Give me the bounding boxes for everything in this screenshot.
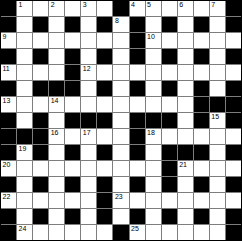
white-cell[interactable] [194,1,209,16]
black-cell [178,145,193,160]
black-cell [226,145,241,160]
white-cell[interactable]: 22 [1,193,16,208]
black-cell [1,17,16,32]
black-cell [194,145,209,160]
black-cell [194,17,209,32]
white-cell[interactable] [17,113,32,128]
white-cell[interactable] [146,81,161,96]
white-cell[interactable] [162,225,177,240]
white-cell[interactable] [210,145,225,160]
white-cell[interactable] [162,33,177,48]
clue-number: 3 [83,1,87,9]
white-cell[interactable] [97,33,112,48]
white-cell[interactable] [194,193,209,208]
black-cell [1,209,16,224]
black-cell [33,129,48,144]
black-cell [226,177,241,192]
black-cell [194,97,209,112]
black-cell [130,49,145,64]
white-cell[interactable] [49,145,64,160]
white-cell[interactable] [146,17,161,32]
black-cell [33,209,48,224]
black-cell [194,81,209,96]
clue-number: 13 [3,97,11,105]
white-cell[interactable] [178,33,193,48]
white-cell[interactable] [81,17,96,32]
white-cell[interactable]: 14 [49,97,64,112]
black-cell [162,145,177,160]
white-cell[interactable]: 15 [210,113,225,128]
white-cell[interactable] [49,17,64,32]
white-cell[interactable] [194,65,209,80]
clue-number: 14 [51,97,59,105]
white-cell[interactable]: 12 [81,65,96,80]
black-cell [226,1,241,16]
white-cell[interactable] [113,97,128,112]
black-cell [65,81,80,96]
clue-number: 19 [19,145,27,153]
white-cell[interactable]: 7 [210,1,225,16]
clue-number: 5 [147,1,151,9]
black-cell [130,129,145,144]
white-cell[interactable] [178,113,193,128]
white-cell[interactable] [178,97,193,112]
white-cell[interactable]: 5 [146,1,161,16]
white-cell[interactable]: 6 [178,1,193,16]
white-cell[interactable] [226,65,241,80]
black-cell [65,17,80,32]
white-cell[interactable] [210,209,225,224]
black-cell [33,49,48,64]
clue-number: 21 [179,161,187,169]
white-cell[interactable] [65,161,80,176]
white-cell[interactable] [33,1,48,16]
white-cell[interactable] [162,65,177,80]
white-cell[interactable]: 11 [1,65,16,80]
clue-number: 8 [115,17,119,25]
white-cell[interactable] [65,225,80,240]
white-cell[interactable] [113,33,128,48]
black-cell [113,1,128,16]
white-cell[interactable] [113,65,128,80]
black-cell [146,113,161,128]
black-cell [162,161,177,176]
black-cell [226,81,241,96]
black-cell [162,49,177,64]
white-cell[interactable] [81,81,96,96]
white-cell[interactable] [130,97,145,112]
black-cell [130,209,145,224]
black-cell [226,17,241,32]
clue-number: 12 [83,65,91,73]
black-cell [130,177,145,192]
white-cell[interactable] [178,193,193,208]
white-cell[interactable] [130,65,145,80]
black-cell [226,49,241,64]
black-cell [194,113,209,128]
white-cell[interactable] [146,65,161,80]
white-cell[interactable] [97,97,112,112]
white-cell[interactable] [130,161,145,176]
white-cell[interactable] [113,129,128,144]
white-cell[interactable]: 1 [17,1,32,16]
black-cell [113,225,128,240]
white-cell[interactable] [178,225,193,240]
white-cell[interactable] [81,49,96,64]
white-cell[interactable] [210,161,225,176]
black-cell [210,97,225,112]
white-cell[interactable]: 25 [130,225,145,240]
white-cell[interactable]: 21 [178,161,193,176]
white-cell[interactable] [178,209,193,224]
white-cell[interactable] [178,17,193,32]
white-cell[interactable] [146,177,161,192]
white-cell[interactable] [65,33,80,48]
clue-number: 7 [211,1,215,9]
white-cell[interactable] [178,177,193,192]
black-cell [1,145,16,160]
clue-number: 11 [3,65,10,73]
white-cell[interactable] [226,33,241,48]
black-cell [65,209,80,224]
clue-number: 24 [19,225,27,233]
white-cell[interactable] [113,113,128,128]
white-cell[interactable] [210,193,225,208]
white-cell[interactable] [17,49,32,64]
clue-number: 22 [3,193,11,201]
black-cell [130,17,145,32]
white-cell[interactable]: 8 [113,17,128,32]
white-cell[interactable] [81,33,96,48]
white-cell[interactable] [178,65,193,80]
clue-number: 25 [131,225,139,233]
clue-number: 2 [51,1,55,9]
white-cell[interactable] [162,1,177,16]
white-cell[interactable] [17,209,32,224]
white-cell[interactable] [17,177,32,192]
white-cell[interactable] [33,65,48,80]
white-cell[interactable]: 9 [1,33,16,48]
black-cell [33,113,48,128]
white-cell[interactable]: 3 [81,1,96,16]
white-cell[interactable] [162,97,177,112]
white-cell[interactable]: 17 [81,129,96,144]
white-cell[interactable] [17,161,32,176]
black-cell [194,209,209,224]
white-cell[interactable]: 10 [146,33,161,48]
black-cell [162,17,177,32]
clue-number: 17 [83,129,91,137]
white-cell[interactable] [146,209,161,224]
white-cell[interactable]: 18 [146,129,161,144]
white-cell[interactable] [17,65,32,80]
white-cell[interactable] [17,33,32,48]
black-cell [1,225,16,240]
white-cell[interactable] [194,225,209,240]
white-cell[interactable] [33,97,48,112]
black-cell [226,209,241,224]
white-cell[interactable] [210,129,225,144]
white-cell[interactable] [226,161,241,176]
crossword-puzzle: 1234567891011121314151617181920212223242… [0,0,242,241]
black-cell [194,49,209,64]
white-cell[interactable] [81,145,96,160]
white-cell[interactable] [194,33,209,48]
black-cell [33,177,48,192]
black-cell [226,97,241,112]
clue-number: 6 [179,1,183,9]
black-cell [226,113,241,128]
black-cell [97,17,112,32]
white-cell[interactable] [210,81,225,96]
white-cell[interactable] [49,225,64,240]
black-cell [97,193,112,208]
black-cell [130,33,145,48]
black-cell [65,113,80,128]
black-cell [97,49,112,64]
white-cell[interactable] [113,49,128,64]
black-cell [162,81,177,96]
black-cell [65,177,80,192]
white-cell[interactable] [65,97,80,112]
black-cell [65,145,80,160]
clue-number: 23 [115,193,123,201]
white-cell[interactable] [33,193,48,208]
black-cell [65,65,80,80]
white-cell[interactable] [178,81,193,96]
black-cell [97,145,112,160]
white-cell[interactable] [33,225,48,240]
clue-number: 20 [3,161,11,169]
white-cell[interactable]: 2 [49,1,64,16]
black-cell [1,113,16,128]
black-cell [97,81,112,96]
black-cell [97,177,112,192]
black-cell [130,113,145,128]
white-cell[interactable] [49,161,64,176]
white-cell[interactable] [146,161,161,176]
white-cell[interactable]: 13 [1,97,16,112]
white-cell[interactable] [49,177,64,192]
white-cell[interactable] [113,177,128,192]
white-cell[interactable] [146,49,161,64]
white-cell[interactable] [210,17,225,32]
black-cell [194,177,209,192]
white-cell[interactable] [97,225,112,240]
clue-number: 10 [147,33,155,41]
white-cell[interactable] [49,193,64,208]
white-cell[interactable] [210,65,225,80]
white-cell[interactable] [81,209,96,224]
white-cell[interactable]: 24 [17,225,32,240]
white-cell[interactable] [146,225,161,240]
black-cell [1,49,16,64]
white-cell[interactable] [146,193,161,208]
black-cell [49,81,64,96]
white-cell[interactable] [33,33,48,48]
black-cell [97,209,112,224]
white-cell[interactable] [49,65,64,80]
white-cell[interactable] [65,1,80,16]
white-cell[interactable]: 19 [17,145,32,160]
white-cell[interactable] [81,177,96,192]
white-cell[interactable] [113,81,128,96]
white-cell[interactable] [113,209,128,224]
white-cell[interactable] [113,145,128,160]
black-cell [1,177,16,192]
black-cell [33,81,48,96]
white-cell[interactable]: 23 [113,193,128,208]
white-cell[interactable] [226,129,241,144]
white-cell[interactable] [17,97,32,112]
white-cell[interactable] [17,193,32,208]
black-cell [226,225,241,240]
white-cell[interactable] [49,33,64,48]
clue-number: 18 [147,129,155,137]
white-cell[interactable] [210,177,225,192]
white-cell[interactable]: 16 [49,129,64,144]
black-cell [17,129,32,144]
white-cell[interactable] [49,209,64,224]
white-cell[interactable] [17,17,32,32]
black-cell [97,113,112,128]
white-cell[interactable] [194,161,209,176]
white-cell[interactable] [65,129,80,144]
white-cell[interactable] [49,113,64,128]
white-cell[interactable] [97,1,112,16]
black-cell [33,17,48,32]
clue-number: 4 [131,1,135,9]
black-cell [81,113,96,128]
white-cell[interactable] [194,129,209,144]
white-cell[interactable] [210,33,225,48]
white-cell[interactable] [17,81,32,96]
black-cell [162,209,177,224]
white-cell[interactable] [81,225,96,240]
white-cell[interactable] [81,161,96,176]
white-cell[interactable] [146,97,161,112]
white-cell[interactable] [178,129,193,144]
white-cell[interactable] [97,129,112,144]
white-cell[interactable] [65,193,80,208]
black-cell [1,81,16,96]
white-cell[interactable] [33,161,48,176]
white-cell[interactable] [146,145,161,160]
white-cell[interactable] [162,193,177,208]
white-cell[interactable] [226,193,241,208]
crossword-grid: 1234567891011121314151617181920212223242… [0,0,242,241]
black-cell [162,177,177,192]
clue-number: 1 [19,1,23,9]
black-cell [130,81,145,96]
white-cell[interactable] [81,193,96,208]
white-cell[interactable]: 4 [130,1,145,16]
white-cell[interactable] [81,97,96,112]
white-cell[interactable] [210,225,225,240]
black-cell [33,145,48,160]
white-cell[interactable] [113,161,128,176]
white-cell[interactable] [210,49,225,64]
white-cell[interactable] [178,49,193,64]
white-cell[interactable] [97,65,112,80]
clue-number: 9 [3,33,7,41]
black-cell [130,145,145,160]
white-cell[interactable] [49,49,64,64]
black-cell [1,1,16,16]
white-cell[interactable] [130,193,145,208]
black-cell [1,129,16,144]
clue-number: 16 [51,129,59,137]
white-cell[interactable]: 20 [1,161,16,176]
black-cell [65,49,80,64]
white-cell[interactable] [162,129,177,144]
white-cell[interactable] [97,161,112,176]
black-cell [162,113,177,128]
clue-number: 15 [211,113,219,121]
